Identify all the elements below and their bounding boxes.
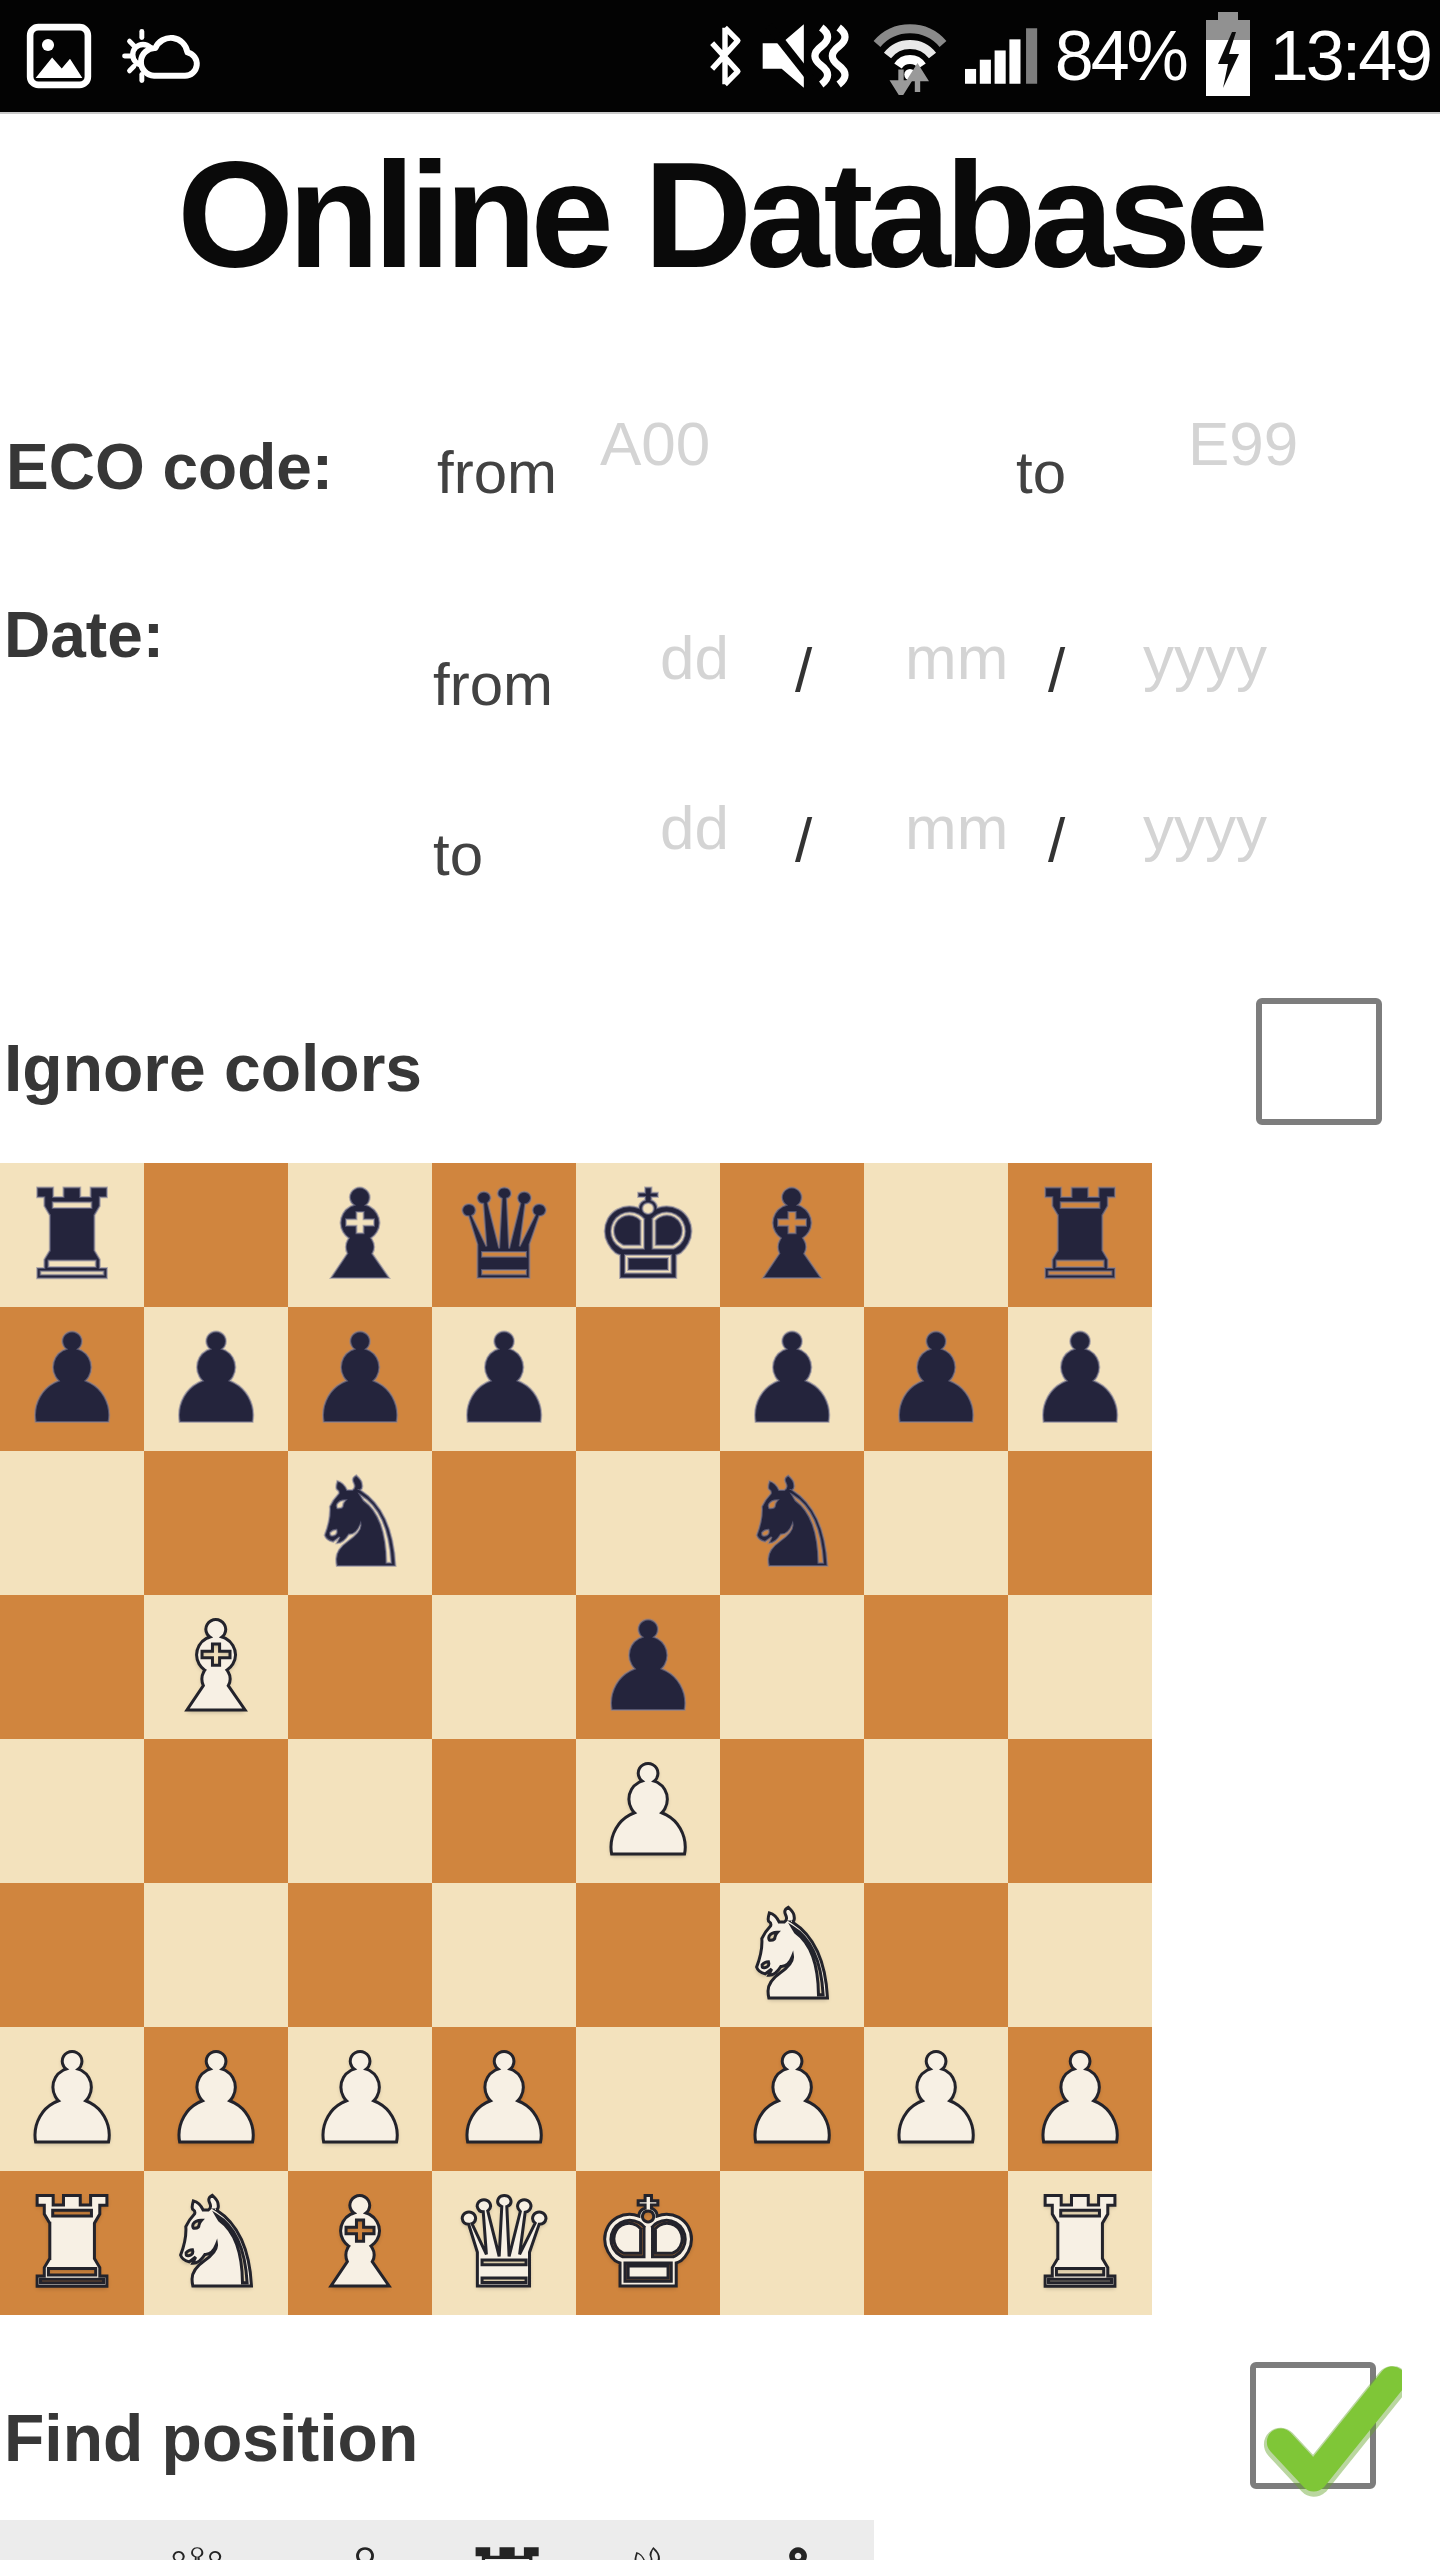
white-bishop: ♝ bbox=[288, 2171, 432, 2315]
square-g1[interactable] bbox=[864, 2171, 1008, 2315]
white-knight: ♞ bbox=[144, 2171, 288, 2315]
square-f1[interactable] bbox=[720, 2171, 864, 2315]
square-f8[interactable]: ♝ bbox=[720, 1163, 864, 1307]
mute-vibrate-icon bbox=[759, 18, 855, 94]
eco-to-input[interactable] bbox=[1188, 408, 1408, 479]
white-pawn: ♟ bbox=[0, 2027, 144, 2171]
square-f6[interactable]: ♞ bbox=[720, 1451, 864, 1595]
black-knight: ♞ bbox=[288, 1451, 432, 1595]
square-a8[interactable]: ♜ bbox=[0, 1163, 144, 1307]
date-separator: / bbox=[795, 634, 812, 705]
white-pawn: ♟ bbox=[144, 2027, 288, 2171]
date-from-day-input[interactable] bbox=[660, 622, 775, 693]
square-h3[interactable] bbox=[1008, 1883, 1152, 2027]
square-h1[interactable]: ♜ bbox=[1008, 2171, 1152, 2315]
white-pawn: ♟ bbox=[432, 2027, 576, 2171]
square-d3[interactable] bbox=[432, 1883, 576, 2027]
eco-to-label: to bbox=[1016, 438, 1066, 507]
square-e3[interactable] bbox=[576, 1883, 720, 2027]
date-separator: / bbox=[1048, 804, 1065, 875]
eco-from-input[interactable] bbox=[600, 408, 820, 479]
square-c3[interactable] bbox=[288, 1883, 432, 2027]
square-f3[interactable]: ♞ bbox=[720, 1883, 864, 2027]
square-d6[interactable] bbox=[432, 1451, 576, 1595]
bluetooth-icon bbox=[707, 18, 743, 94]
square-a4[interactable] bbox=[0, 1739, 144, 1883]
black-bishop: ♝ bbox=[720, 1163, 864, 1307]
square-b7[interactable]: ♟ bbox=[144, 1307, 288, 1451]
white-pawn: ♟ bbox=[1008, 2027, 1152, 2171]
date-from-year-input[interactable] bbox=[1143, 622, 1358, 693]
square-e6[interactable] bbox=[576, 1451, 720, 1595]
chess-board: ♜♝♛♚♝♜♟♟♟♟♟♟♟♞♞♝♟♟♞♟♟♟♟♟♟♟♜♞♝♛♚♜ bbox=[0, 1163, 1152, 2315]
white-pawn: ♟ bbox=[288, 2027, 432, 2171]
find-position-checkbox[interactable] bbox=[1250, 2362, 1376, 2489]
palette-queen-button[interactable]: ♕ bbox=[147, 2534, 247, 2560]
square-f7[interactable]: ♟ bbox=[720, 1307, 864, 1451]
square-b4[interactable] bbox=[144, 1739, 288, 1883]
black-bishop: ♝ bbox=[288, 1163, 432, 1307]
wifi-icon bbox=[871, 17, 949, 95]
black-pawn: ♟ bbox=[144, 1307, 288, 1451]
square-c5[interactable] bbox=[288, 1595, 432, 1739]
piece-palette: ♕♗♖♘♙ bbox=[0, 2520, 874, 2560]
black-pawn: ♟ bbox=[864, 1307, 1008, 1451]
square-b6[interactable] bbox=[144, 1451, 288, 1595]
black-pawn: ♟ bbox=[288, 1307, 432, 1451]
date-from-label: from bbox=[433, 650, 553, 719]
status-bar-left bbox=[26, 23, 208, 89]
battery-charging-icon bbox=[1202, 11, 1254, 101]
square-b5[interactable]: ♝ bbox=[144, 1595, 288, 1739]
ignore-colors-checkbox[interactable] bbox=[1256, 998, 1382, 1125]
square-e4[interactable]: ♟ bbox=[576, 1739, 720, 1883]
square-a2[interactable]: ♟ bbox=[0, 2027, 144, 2171]
find-position-label: Find position bbox=[4, 2400, 418, 2476]
square-d7[interactable]: ♟ bbox=[432, 1307, 576, 1451]
square-c6[interactable]: ♞ bbox=[288, 1451, 432, 1595]
white-queen: ♛ bbox=[432, 2171, 576, 2315]
square-g8[interactable] bbox=[864, 1163, 1008, 1307]
square-b2[interactable]: ♟ bbox=[144, 2027, 288, 2171]
square-f2[interactable]: ♟ bbox=[720, 2027, 864, 2171]
square-g2[interactable]: ♟ bbox=[864, 2027, 1008, 2171]
square-h6[interactable] bbox=[1008, 1451, 1152, 1595]
date-separator: / bbox=[795, 804, 812, 875]
square-h4[interactable] bbox=[1008, 1739, 1152, 1883]
eco-code-label: ECO code: bbox=[6, 430, 333, 504]
square-a5[interactable] bbox=[0, 1595, 144, 1739]
square-d4[interactable] bbox=[432, 1739, 576, 1883]
clock: 13:49 bbox=[1270, 0, 1430, 113]
square-h5[interactable] bbox=[1008, 1595, 1152, 1739]
square-b1[interactable]: ♞ bbox=[144, 2171, 288, 2315]
white-king: ♚ bbox=[576, 2171, 720, 2315]
square-d1[interactable]: ♛ bbox=[432, 2171, 576, 2315]
black-pawn: ♟ bbox=[1008, 1307, 1152, 1451]
white-pawn: ♟ bbox=[576, 1739, 720, 1883]
white-pawn: ♟ bbox=[864, 2027, 1008, 2171]
square-g4[interactable] bbox=[864, 1739, 1008, 1883]
square-f5[interactable] bbox=[720, 1595, 864, 1739]
black-king: ♚ bbox=[576, 1163, 720, 1307]
status-bar-right: 84% 13:49 bbox=[707, 0, 1430, 113]
square-e5[interactable]: ♟ bbox=[576, 1595, 720, 1739]
battery-percent: 84% bbox=[1055, 0, 1186, 113]
square-e8[interactable]: ♚ bbox=[576, 1163, 720, 1307]
square-c8[interactable]: ♝ bbox=[288, 1163, 432, 1307]
palette-rook-button[interactable]: ♖ bbox=[457, 2534, 557, 2560]
palette-pawn-button[interactable]: ♙ bbox=[748, 2534, 848, 2560]
square-g5[interactable] bbox=[864, 1595, 1008, 1739]
palette-knight-button[interactable]: ♘ bbox=[607, 2534, 707, 2560]
square-e2[interactable] bbox=[576, 2027, 720, 2171]
black-pawn: ♟ bbox=[576, 1595, 720, 1739]
white-bishop: ♝ bbox=[144, 1595, 288, 1739]
square-c7[interactable]: ♟ bbox=[288, 1307, 432, 1451]
square-a7[interactable]: ♟ bbox=[0, 1307, 144, 1451]
square-a3[interactable] bbox=[0, 1883, 144, 2027]
square-g7[interactable]: ♟ bbox=[864, 1307, 1008, 1451]
weather-notification-icon bbox=[120, 24, 208, 88]
square-g6[interactable] bbox=[864, 1451, 1008, 1595]
white-pawn: ♟ bbox=[720, 2027, 864, 2171]
date-to-label: to bbox=[433, 820, 483, 889]
square-c4[interactable] bbox=[288, 1739, 432, 1883]
square-c2[interactable]: ♟ bbox=[288, 2027, 432, 2171]
signal-strength-icon bbox=[965, 25, 1039, 87]
square-g3[interactable] bbox=[864, 1883, 1008, 2027]
black-pawn: ♟ bbox=[720, 1307, 864, 1451]
square-c1[interactable]: ♝ bbox=[288, 2171, 432, 2315]
date-to-month-input[interactable] bbox=[905, 792, 1055, 863]
eco-from-label: from bbox=[437, 438, 557, 507]
black-rook: ♜ bbox=[1008, 1163, 1152, 1307]
square-h8[interactable]: ♜ bbox=[1008, 1163, 1152, 1307]
square-h2[interactable]: ♟ bbox=[1008, 2027, 1152, 2171]
palette-bishop-button[interactable]: ♗ bbox=[315, 2534, 415, 2560]
white-rook: ♜ bbox=[1008, 2171, 1152, 2315]
square-a6[interactable] bbox=[0, 1451, 144, 1595]
square-d2[interactable]: ♟ bbox=[432, 2027, 576, 2171]
square-d5[interactable] bbox=[432, 1595, 576, 1739]
square-h7[interactable]: ♟ bbox=[1008, 1307, 1152, 1451]
black-queen: ♛ bbox=[432, 1163, 576, 1307]
page-title: Online Database bbox=[0, 120, 1440, 310]
app-screen: 84% 13:49 Online Database ECO code: from… bbox=[0, 0, 1440, 2560]
square-e7[interactable] bbox=[576, 1307, 720, 1451]
black-rook: ♜ bbox=[0, 1163, 144, 1307]
black-pawn: ♟ bbox=[0, 1307, 144, 1451]
square-e1[interactable]: ♚ bbox=[576, 2171, 720, 2315]
square-a1[interactable]: ♜ bbox=[0, 2171, 144, 2315]
ignore-colors-label: Ignore colors bbox=[4, 1030, 422, 1106]
white-knight: ♞ bbox=[720, 1883, 864, 2027]
date-label: Date: bbox=[4, 598, 164, 672]
square-d8[interactable]: ♛ bbox=[432, 1163, 576, 1307]
black-knight: ♞ bbox=[720, 1451, 864, 1595]
white-rook: ♜ bbox=[0, 2171, 144, 2315]
square-b3[interactable] bbox=[144, 1883, 288, 2027]
date-to-day-input[interactable] bbox=[660, 792, 775, 863]
black-pawn: ♟ bbox=[432, 1307, 576, 1451]
status-bar: 84% 13:49 bbox=[0, 0, 1440, 114]
date-from-month-input[interactable] bbox=[905, 622, 1055, 693]
gallery-notification-icon bbox=[26, 23, 92, 89]
checkmark-icon bbox=[1252, 2354, 1402, 2504]
date-to-year-input[interactable] bbox=[1143, 792, 1358, 863]
date-separator: / bbox=[1048, 634, 1065, 705]
square-b8[interactable] bbox=[144, 1163, 288, 1307]
square-f4[interactable] bbox=[720, 1739, 864, 1883]
